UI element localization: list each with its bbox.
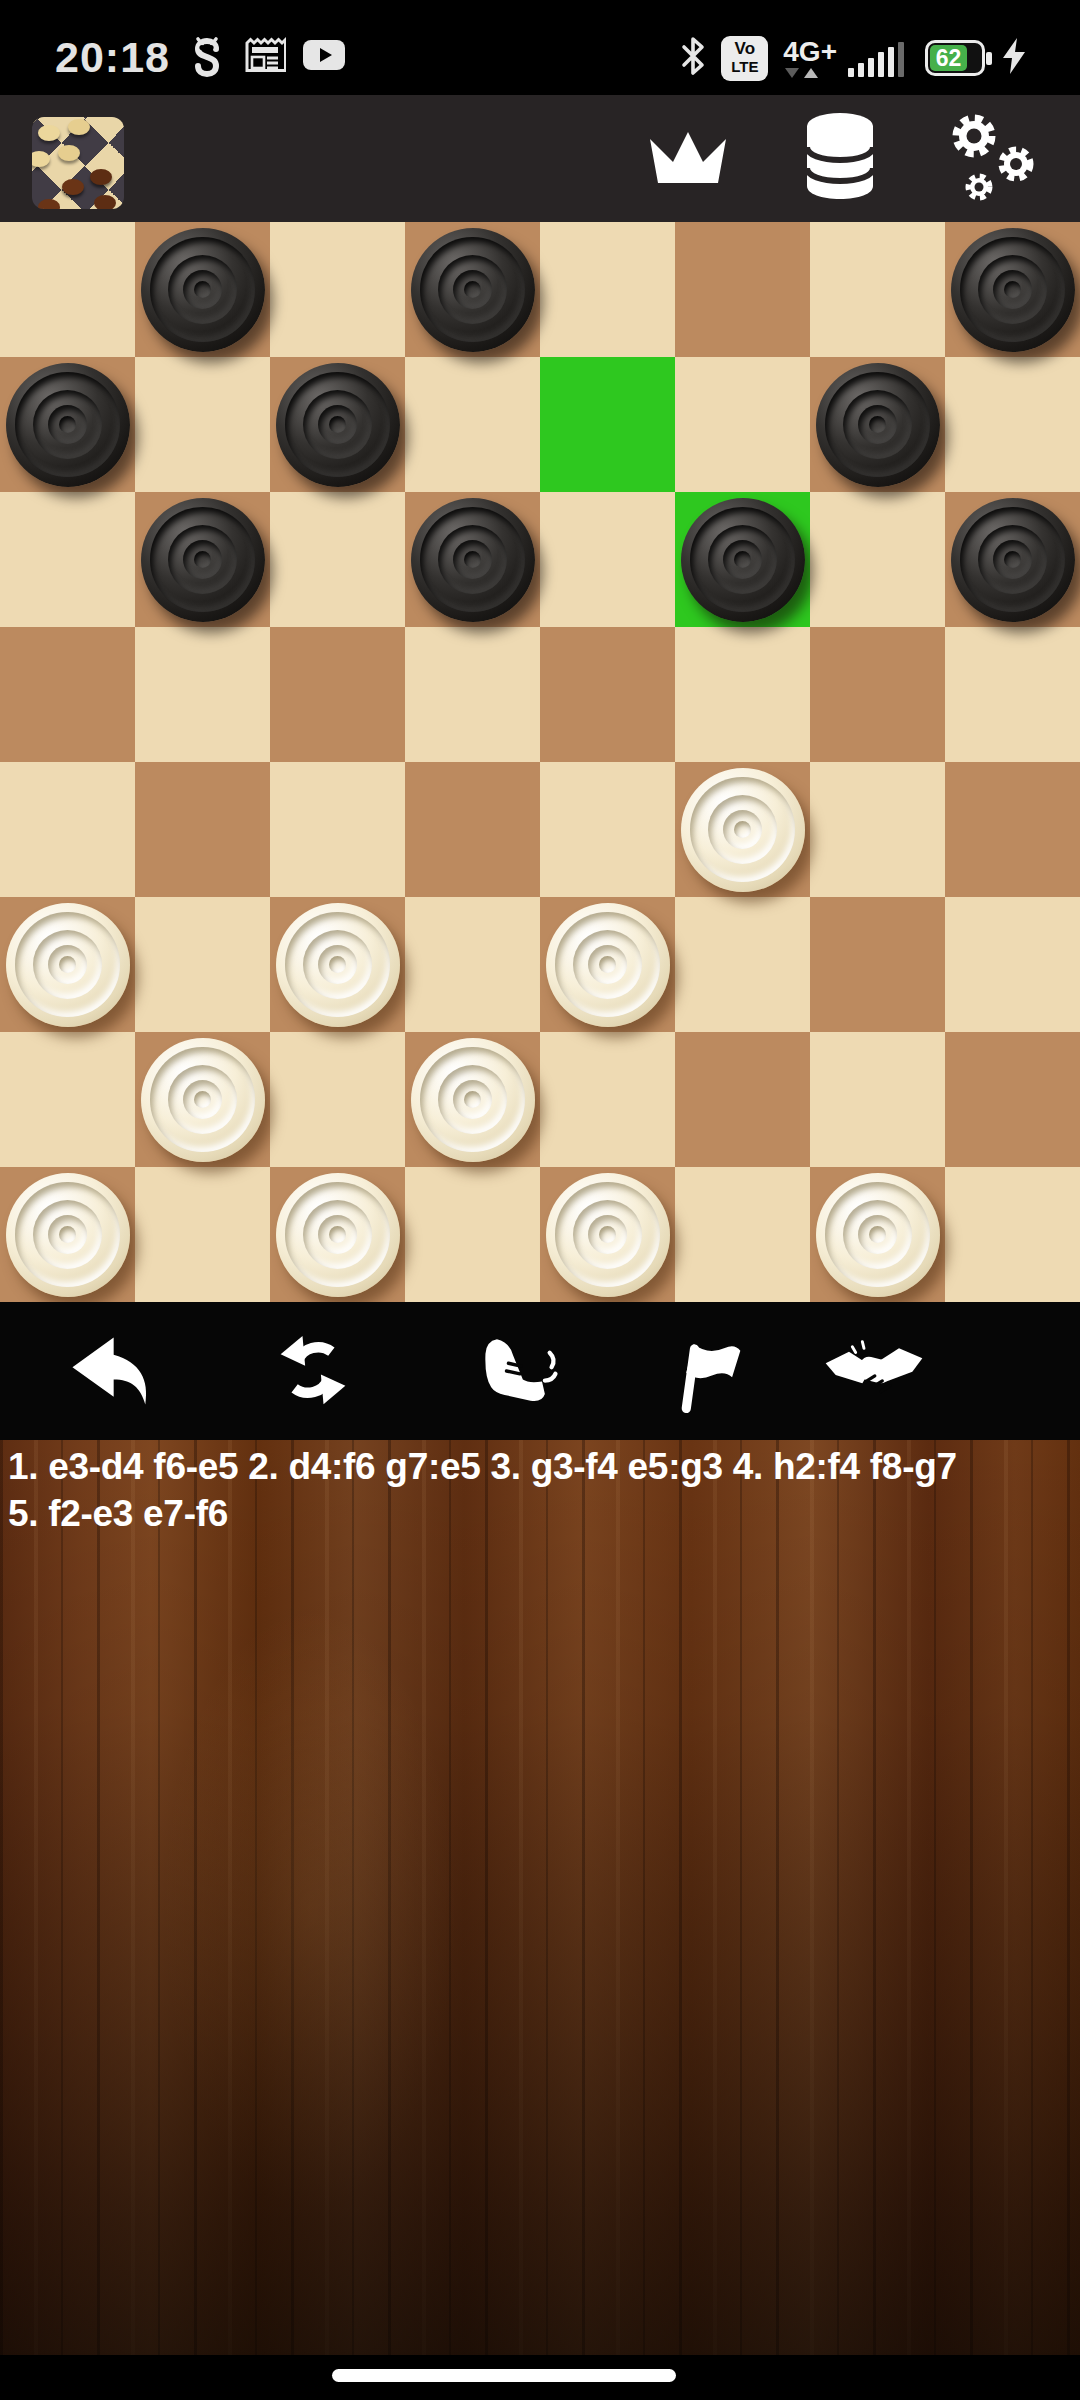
square-a3[interactable] [0, 897, 135, 1032]
rotate-board-button[interactable] [263, 1302, 363, 1440]
square-c5[interactable] [270, 627, 405, 762]
black-man-h6[interactable] [951, 498, 1075, 622]
news-notification-icon [244, 36, 286, 78]
square-h7[interactable] [945, 357, 1080, 492]
square-f1[interactable] [675, 1167, 810, 1302]
black-man-d6[interactable] [411, 498, 535, 622]
gears-icon [940, 108, 1044, 210]
square-g7[interactable] [810, 357, 945, 492]
black-man-f6[interactable] [681, 498, 805, 622]
square-c6[interactable] [270, 492, 405, 627]
flag-icon [656, 1324, 744, 1419]
square-e8[interactable] [540, 222, 675, 357]
square-d7[interactable] [405, 357, 540, 492]
network-label: 4G+ [783, 38, 837, 66]
square-f4[interactable] [675, 762, 810, 897]
black-man-c7[interactable] [276, 363, 400, 487]
volte-line2: LTE [731, 58, 758, 76]
settings-button[interactable] [938, 95, 1046, 222]
square-b5[interactable] [135, 627, 270, 762]
system-navigation-bar [0, 2355, 1080, 2400]
square-c3[interactable] [270, 897, 405, 1032]
square-h4[interactable] [945, 762, 1080, 897]
square-b3[interactable] [135, 897, 270, 1032]
rotate-arrows-icon [271, 1324, 355, 1419]
square-h5[interactable] [945, 627, 1080, 762]
s-app-notification-icon [187, 34, 227, 80]
white-man-a1[interactable] [6, 1173, 130, 1297]
clock: 20:18 [55, 36, 170, 79]
square-d3[interactable] [405, 897, 540, 1032]
square-g2[interactable] [810, 1032, 945, 1167]
game-controls-bar [0, 1302, 1080, 1440]
square-b2[interactable] [135, 1032, 270, 1167]
square-e3[interactable] [540, 897, 675, 1032]
black-man-h8[interactable] [951, 228, 1075, 352]
boot-kick-icon [473, 1324, 565, 1419]
square-e4[interactable] [540, 762, 675, 897]
square-e5[interactable] [540, 627, 675, 762]
youtube-notification-icon [303, 40, 345, 74]
database-icon [801, 111, 879, 207]
white-man-d2[interactable] [411, 1038, 535, 1162]
square-c4[interactable] [270, 762, 405, 897]
square-b6[interactable] [135, 492, 270, 627]
square-a7[interactable] [0, 357, 135, 492]
square-f8[interactable] [675, 222, 810, 357]
square-d4[interactable] [405, 762, 540, 897]
square-g1[interactable] [810, 1167, 945, 1302]
black-man-b8[interactable] [141, 228, 265, 352]
square-a4[interactable] [0, 762, 135, 897]
data-traffic-arrows [785, 68, 818, 78]
wood-background: 1. e3-d4 f6-e5 2. d4:f6 g7:e5 3. g3-f4 e… [0, 1440, 1080, 2355]
checkers-app-screen: 20:18 [0, 0, 1080, 2400]
square-b4[interactable] [135, 762, 270, 897]
square-b8[interactable] [135, 222, 270, 357]
square-a5[interactable] [0, 627, 135, 762]
battery-percent: 62 [930, 45, 967, 71]
volte-badge: Vo LTE [721, 36, 768, 81]
gesture-handle[interactable] [332, 2369, 676, 2382]
network-type: 4G+ [783, 38, 837, 78]
charging-bolt-icon [1000, 37, 1028, 79]
white-man-f4[interactable] [681, 768, 805, 892]
volte-line1: Vo [735, 40, 755, 58]
crown-button[interactable] [642, 95, 734, 222]
square-c8[interactable] [270, 222, 405, 357]
white-man-b2[interactable] [141, 1038, 265, 1162]
square-e2[interactable] [540, 1032, 675, 1167]
black-man-a7[interactable] [6, 363, 130, 487]
square-a8[interactable] [0, 222, 135, 357]
checkers-board [0, 222, 1080, 1302]
crown-icon [644, 125, 732, 193]
square-a6[interactable] [0, 492, 135, 627]
black-man-g7[interactable] [816, 363, 940, 487]
square-d5[interactable] [405, 627, 540, 762]
kick-button[interactable] [469, 1302, 569, 1440]
square-a1[interactable] [0, 1167, 135, 1302]
square-e1[interactable] [540, 1167, 675, 1302]
square-g5[interactable] [810, 627, 945, 762]
handshake-icon [824, 1330, 924, 1413]
square-f2[interactable] [675, 1032, 810, 1167]
square-f6[interactable] [675, 492, 810, 627]
app-toolbar [0, 95, 1080, 222]
square-g4[interactable] [810, 762, 945, 897]
draw-offer-button[interactable] [824, 1302, 924, 1440]
white-man-c3[interactable] [276, 903, 400, 1027]
undo-arrow-icon [60, 1324, 152, 1419]
square-c7[interactable] [270, 357, 405, 492]
square-h1[interactable] [945, 1167, 1080, 1302]
square-d2[interactable] [405, 1032, 540, 1167]
black-man-b6[interactable] [141, 498, 265, 622]
square-f7[interactable] [675, 357, 810, 492]
move-list-line-2: 5. f2-e3 e7-f6 [8, 1490, 1074, 1537]
square-b1[interactable] [135, 1167, 270, 1302]
square-d8[interactable] [405, 222, 540, 357]
black-man-d8[interactable] [411, 228, 535, 352]
square-h3[interactable] [945, 897, 1080, 1032]
square-g3[interactable] [810, 897, 945, 1032]
square-e7[interactable] [540, 357, 675, 492]
square-f3[interactable] [675, 897, 810, 1032]
white-man-a3[interactable] [6, 903, 130, 1027]
square-c1[interactable] [270, 1167, 405, 1302]
battery-indicator: 62 [925, 40, 985, 76]
app-logo-checkers-board [32, 117, 124, 209]
signal-bars-icon [848, 39, 904, 77]
square-g8[interactable] [810, 222, 945, 357]
status-bar: 20:18 [0, 0, 1080, 95]
database-button[interactable] [798, 95, 882, 222]
move-list: 1. e3-d4 f6-e5 2. d4:f6 g7:e5 3. g3-f4 e… [8, 1443, 1074, 1537]
square-f5[interactable] [675, 627, 810, 762]
undo-button[interactable] [56, 1302, 156, 1440]
square-a2[interactable] [0, 1032, 135, 1167]
square-c2[interactable] [270, 1032, 405, 1167]
square-d1[interactable] [405, 1167, 540, 1302]
square-d6[interactable] [405, 492, 540, 627]
white-man-e1[interactable] [546, 1173, 670, 1297]
square-g6[interactable] [810, 492, 945, 627]
white-man-g1[interactable] [816, 1173, 940, 1297]
square-h8[interactable] [945, 222, 1080, 357]
white-man-c1[interactable] [276, 1173, 400, 1297]
resign-flag-button[interactable] [650, 1302, 750, 1440]
square-h2[interactable] [945, 1032, 1080, 1167]
square-b7[interactable] [135, 357, 270, 492]
square-h6[interactable] [945, 492, 1080, 627]
move-list-line-1: 1. e3-d4 f6-e5 2. d4:f6 g7:e5 3. g3-f4 e… [8, 1443, 1074, 1490]
square-e6[interactable] [540, 492, 675, 627]
white-man-e3[interactable] [546, 903, 670, 1027]
bluetooth-icon [680, 35, 706, 81]
